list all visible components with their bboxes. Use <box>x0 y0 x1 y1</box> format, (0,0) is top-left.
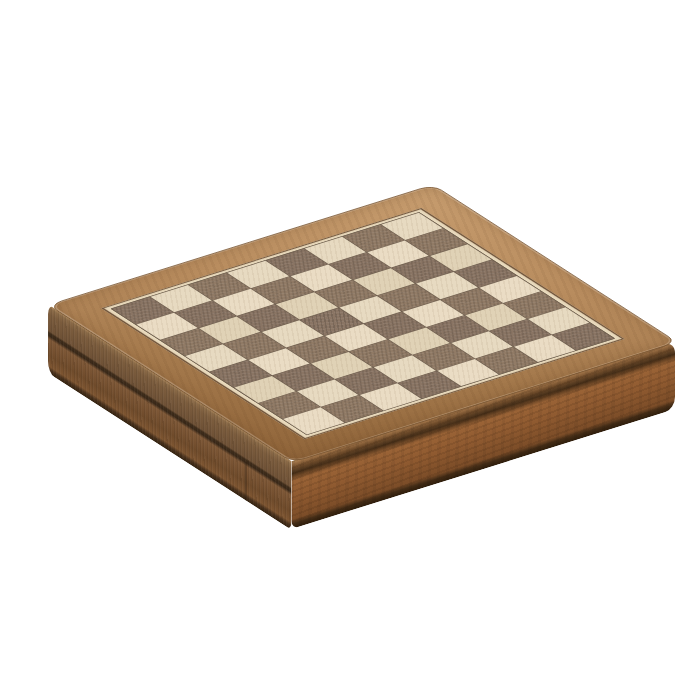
product-photo-stage <box>0 0 700 700</box>
drawer-seam <box>245 462 246 501</box>
